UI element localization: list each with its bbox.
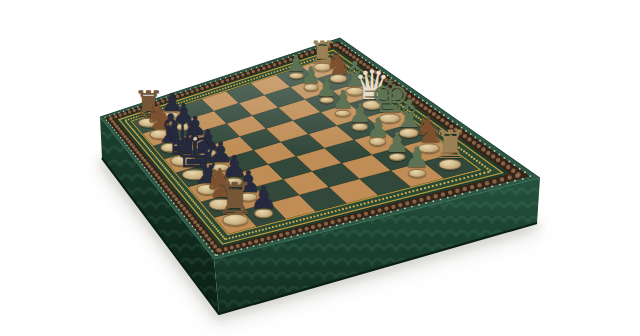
- piece-base: [222, 214, 248, 226]
- piece-base: [438, 159, 461, 170]
- black-rook-glyph: ♜: [215, 179, 254, 219]
- black-french-rook: ♜: [215, 179, 254, 227]
- white-russian-rook: ♜: [433, 127, 468, 170]
- pieces-layer: ♜♟♟♜♞♟♟♞♝♟♟♝♚♟♟♚♛♟♟♛♝♟♟♝♞♟♟♞♜♟♟♜: [0, 0, 640, 336]
- white-rook-glyph: ♜: [433, 127, 468, 163]
- piece-base: [408, 169, 426, 178]
- white-pawn-glyph: ♟: [404, 145, 430, 171]
- chess-set-product-photo: ♜♟♟♜♞♟♟♞♝♟♟♝♚♟♟♚♛♟♟♛♝♟♟♝♞♟♟♞♜♟♟♜: [0, 0, 640, 336]
- piece-base: [254, 209, 274, 218]
- white-russian-pawn: ♟: [404, 145, 430, 177]
